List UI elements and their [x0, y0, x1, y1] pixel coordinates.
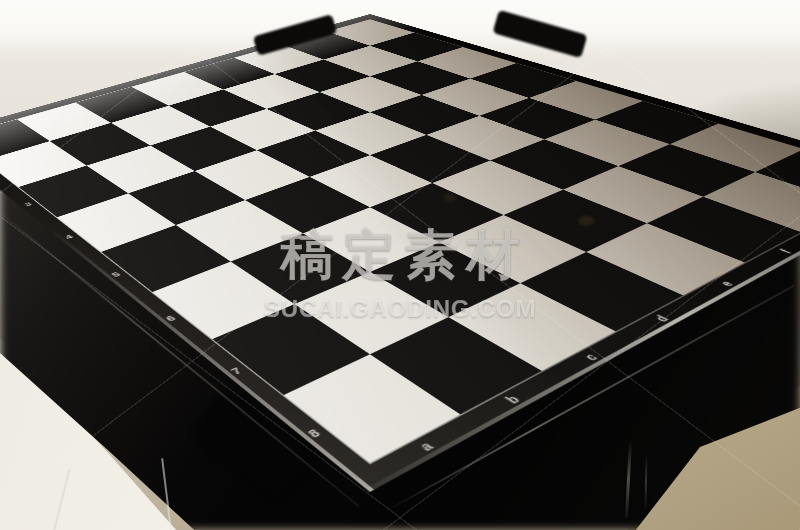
- board-stain-2: [444, 194, 456, 202]
- photo-of-chessboard: 12345678abcdefgh 稿定素材 SUCAI.GAODING.COM: [0, 0, 800, 530]
- board-stain-1: [578, 216, 594, 226]
- watermark-title: 稿定素材: [264, 220, 546, 292]
- watermark: 稿定素材 SUCAI.GAODING.COM: [264, 220, 537, 323]
- watermark-subtitle: SUCAI.GAODING.COM: [264, 295, 537, 323]
